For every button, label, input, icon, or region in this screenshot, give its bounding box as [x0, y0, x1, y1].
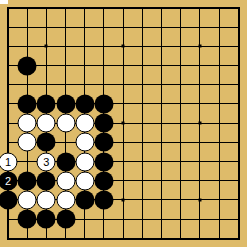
star-point [198, 198, 201, 201]
go-board-grid: 132 [0, 0, 247, 247]
intersection-c11-r2[interactable] [190, 18, 209, 37]
intersection-c3-r5[interactable] [37, 75, 56, 94]
intersection-c13-r8[interactable] [229, 133, 247, 152]
intersection-c11-r6[interactable] [190, 94, 209, 113]
intersection-c6-r8[interactable] [94, 133, 113, 152]
intersection-c10-r2[interactable] [171, 18, 190, 37]
intersection-c6-r7[interactable] [94, 114, 113, 133]
intersection-c1-r2[interactable] [0, 18, 18, 37]
intersection-c12-r11[interactable] [209, 190, 228, 209]
intersection-c2-r12[interactable] [18, 209, 37, 228]
white-stone [56, 171, 75, 190]
intersection-c12-r13[interactable] [209, 229, 228, 247]
intersection-c8-r12[interactable] [133, 209, 152, 228]
black-stone [75, 94, 94, 113]
intersection-c9-r8[interactable] [152, 133, 171, 152]
intersection-c1-r13[interactable] [0, 229, 18, 247]
intersection-c5-r2[interactable] [75, 18, 94, 37]
intersection-c7-r3[interactable] [114, 37, 133, 56]
intersection-c10-r10[interactable] [171, 171, 190, 190]
intersection-c10-r1[interactable] [171, 0, 190, 18]
intersection-c4-r11[interactable] [56, 190, 75, 209]
intersection-c13-r9[interactable] [229, 152, 247, 171]
intersection-c6-r13[interactable] [94, 229, 113, 247]
intersection-c7-r4[interactable] [114, 56, 133, 75]
black-stone [94, 190, 113, 209]
intersection-c8-r6[interactable] [133, 94, 152, 113]
black-stone [94, 152, 113, 171]
intersection-c6-r9[interactable] [94, 152, 113, 171]
intersection-c12-r3[interactable] [209, 37, 228, 56]
intersection-c13-r5[interactable] [229, 75, 247, 94]
white-stone [56, 190, 75, 209]
intersection-c2-r6[interactable] [18, 94, 37, 113]
intersection-c4-r2[interactable] [56, 18, 75, 37]
intersection-c2-r7[interactable] [18, 114, 37, 133]
intersection-c13-r12[interactable] [229, 209, 247, 228]
intersection-c2-r1[interactable] [18, 0, 37, 18]
intersection-c6-r1[interactable] [94, 0, 113, 18]
intersection-c8-r9[interactable] [133, 152, 152, 171]
intersection-c1-r5[interactable] [0, 75, 18, 94]
intersection-c5-r4[interactable] [75, 56, 94, 75]
intersection-c1-r11[interactable] [0, 190, 18, 209]
intersection-c12-r9[interactable] [209, 152, 228, 171]
intersection-c10-r4[interactable] [171, 56, 190, 75]
intersection-c4-r1[interactable] [56, 0, 75, 18]
intersection-c2-r2[interactable] [18, 18, 37, 37]
intersection-c12-r8[interactable] [209, 133, 228, 152]
intersection-c9-r10[interactable] [152, 171, 171, 190]
intersection-c10-r3[interactable] [171, 37, 190, 56]
intersection-c3-r13[interactable] [37, 229, 56, 247]
intersection-c7-r7[interactable] [114, 114, 133, 133]
intersection-c4-r6[interactable] [56, 94, 75, 113]
black-stone [94, 94, 113, 113]
white-stone [75, 171, 94, 190]
intersection-c7-r1[interactable] [114, 0, 133, 18]
intersection-c8-r11[interactable] [133, 190, 152, 209]
intersection-c3-r7[interactable] [37, 114, 56, 133]
white-stone [18, 114, 37, 133]
intersection-c7-r10[interactable] [114, 171, 133, 190]
intersection-c6-r11[interactable] [94, 190, 113, 209]
intersection-c11-r5[interactable] [190, 75, 209, 94]
intersection-c13-r13[interactable] [229, 229, 247, 247]
intersection-c11-r10[interactable] [190, 171, 209, 190]
intersection-c12-r12[interactable] [209, 209, 228, 228]
intersection-c4-r12[interactable] [56, 209, 75, 228]
intersection-c2-r9[interactable] [18, 152, 37, 171]
white-stone [37, 190, 56, 209]
intersection-c4-r9[interactable] [56, 152, 75, 171]
intersection-c3-r6[interactable] [37, 94, 56, 113]
intersection-c5-r9[interactable] [75, 152, 94, 171]
intersection-c11-r12[interactable] [190, 209, 209, 228]
intersection-c11-r7[interactable] [190, 114, 209, 133]
intersection-c10-r7[interactable] [171, 114, 190, 133]
intersection-c1-r3[interactable] [0, 37, 18, 56]
intersection-c9-r5[interactable] [152, 75, 171, 94]
intersection-c11-r9[interactable] [190, 152, 209, 171]
intersection-c6-r12[interactable] [94, 209, 113, 228]
intersection-c10-r9[interactable] [171, 152, 190, 171]
intersection-c3-r11[interactable] [37, 190, 56, 209]
star-point [122, 198, 125, 201]
black-stone [18, 171, 37, 190]
intersection-c13-r7[interactable] [229, 114, 247, 133]
intersection-c5-r3[interactable] [75, 37, 94, 56]
intersection-c3-r12[interactable] [37, 209, 56, 228]
star-point [198, 45, 201, 48]
go-board-diagram: 132 [0, 0, 247, 247]
intersection-c4-r8[interactable] [56, 133, 75, 152]
black-stone [56, 94, 75, 113]
intersection-c5-r1[interactable] [75, 0, 94, 18]
intersection-c6-r3[interactable] [94, 37, 113, 56]
black-stone [56, 152, 75, 171]
intersection-c4-r3[interactable] [56, 37, 75, 56]
intersection-c2-r10[interactable] [18, 171, 37, 190]
intersection-c10-r12[interactable] [171, 209, 190, 228]
black-stone [94, 171, 113, 190]
intersection-c9-r6[interactable] [152, 94, 171, 113]
intersection-c5-r10[interactable] [75, 171, 94, 190]
intersection-c1-r10[interactable]: 2 [0, 171, 18, 190]
intersection-c4-r4[interactable] [56, 56, 75, 75]
intersection-c13-r4[interactable] [229, 56, 247, 75]
intersection-c2-r8[interactable] [18, 133, 37, 152]
white-stone [37, 114, 56, 133]
white-stone [75, 133, 94, 152]
intersection-c5-r8[interactable] [75, 133, 94, 152]
intersection-c1-r7[interactable] [0, 114, 18, 133]
intersection-c13-r11[interactable] [229, 190, 247, 209]
intersection-c3-r2[interactable] [37, 18, 56, 37]
intersection-c9-r13[interactable] [152, 229, 171, 247]
star-point [198, 122, 201, 125]
intersection-c9-r4[interactable] [152, 56, 171, 75]
intersection-c7-r5[interactable] [114, 75, 133, 94]
intersection-c1-r9[interactable]: 1 [0, 152, 18, 171]
intersection-c7-r2[interactable] [114, 18, 133, 37]
black-stone [37, 171, 56, 190]
intersection-c4-r10[interactable] [56, 171, 75, 190]
intersection-c2-r11[interactable] [18, 190, 37, 209]
star-point [122, 45, 125, 48]
intersection-c11-r13[interactable] [190, 229, 209, 247]
intersection-c7-r13[interactable] [114, 229, 133, 247]
black-stone [37, 210, 56, 229]
intersection-c8-r13[interactable] [133, 229, 152, 247]
intersection-c7-r9[interactable] [114, 152, 133, 171]
intersection-c13-r6[interactable] [229, 94, 247, 113]
black-stone [18, 94, 37, 113]
intersection-c8-r3[interactable] [133, 37, 152, 56]
intersection-c10-r8[interactable] [171, 133, 190, 152]
intersection-c3-r4[interactable] [37, 56, 56, 75]
intersection-c5-r6[interactable] [75, 94, 94, 113]
intersection-c9-r3[interactable] [152, 37, 171, 56]
intersection-c9-r1[interactable] [152, 0, 171, 18]
intersection-c7-r11[interactable] [114, 190, 133, 209]
black-stone [56, 210, 75, 229]
intersection-c11-r11[interactable] [190, 190, 209, 209]
intersection-c9-r11[interactable] [152, 190, 171, 209]
intersection-c12-r1[interactable] [209, 0, 228, 18]
page-corner-artifact [0, 0, 8, 4]
intersection-c10-r5[interactable] [171, 75, 190, 94]
intersection-c4-r7[interactable] [56, 114, 75, 133]
intersection-c2-r13[interactable] [18, 229, 37, 247]
white-stone [18, 133, 37, 152]
black-stone [94, 133, 113, 152]
intersection-c12-r4[interactable] [209, 56, 228, 75]
intersection-c12-r10[interactable] [209, 171, 228, 190]
intersection-c6-r4[interactable] [94, 56, 113, 75]
black-stone [0, 190, 18, 209]
intersection-c8-r10[interactable] [133, 171, 152, 190]
intersection-c3-r3[interactable] [37, 37, 56, 56]
intersection-c6-r6[interactable] [94, 94, 113, 113]
intersection-c1-r6[interactable] [0, 94, 18, 113]
intersection-c11-r4[interactable] [190, 56, 209, 75]
intersection-c8-r5[interactable] [133, 75, 152, 94]
white-stone [56, 114, 75, 133]
intersection-c3-r1[interactable] [37, 0, 56, 18]
intersection-c6-r2[interactable] [94, 18, 113, 37]
intersection-c9-r2[interactable] [152, 18, 171, 37]
intersection-c13-r10[interactable] [229, 171, 247, 190]
intersection-c7-r6[interactable] [114, 94, 133, 113]
black-stone [18, 56, 37, 75]
intersection-c9-r9[interactable] [152, 152, 171, 171]
intersection-c5-r12[interactable] [75, 209, 94, 228]
intersection-c11-r3[interactable] [190, 37, 209, 56]
intersection-c12-r6[interactable] [209, 94, 228, 113]
intersection-c8-r2[interactable] [133, 18, 152, 37]
intersection-c8-r4[interactable] [133, 56, 152, 75]
intersection-c5-r13[interactable] [75, 229, 94, 247]
intersection-c12-r7[interactable] [209, 114, 228, 133]
black-stone [37, 133, 56, 152]
intersection-c13-r1[interactable] [229, 0, 247, 18]
intersection-c4-r5[interactable] [56, 75, 75, 94]
intersection-c10-r11[interactable] [171, 190, 190, 209]
black-stone [18, 210, 37, 229]
intersection-c11-r1[interactable] [190, 0, 209, 18]
white-stone-move-3: 3 [37, 152, 56, 171]
intersection-c5-r7[interactable] [75, 114, 94, 133]
intersection-c13-r2[interactable] [229, 18, 247, 37]
white-stone-move-1: 1 [0, 152, 18, 171]
star-point [122, 122, 125, 125]
intersection-c1-r8[interactable] [0, 133, 18, 152]
intersection-c2-r4[interactable] [18, 56, 37, 75]
intersection-c12-r2[interactable] [209, 18, 228, 37]
intersection-c8-r8[interactable] [133, 133, 152, 152]
intersection-c8-r1[interactable] [133, 0, 152, 18]
intersection-c2-r3[interactable] [18, 37, 37, 56]
intersection-c10-r13[interactable] [171, 229, 190, 247]
intersection-c5-r11[interactable] [75, 190, 94, 209]
intersection-c3-r8[interactable] [37, 133, 56, 152]
star-point [45, 45, 48, 48]
black-stone [75, 190, 94, 209]
intersection-c6-r5[interactable] [94, 75, 113, 94]
intersection-c13-r3[interactable] [229, 37, 247, 56]
intersection-c9-r12[interactable] [152, 209, 171, 228]
intersection-c1-r12[interactable] [0, 209, 18, 228]
intersection-c1-r4[interactable] [0, 56, 18, 75]
black-stone-move-2: 2 [0, 171, 18, 190]
intersection-c5-r5[interactable] [75, 75, 94, 94]
intersection-c4-r13[interactable] [56, 229, 75, 247]
intersection-c11-r8[interactable] [190, 133, 209, 152]
intersection-c9-r7[interactable] [152, 114, 171, 133]
intersection-c3-r9[interactable]: 3 [37, 152, 56, 171]
white-stone [18, 190, 37, 209]
white-stone [75, 114, 94, 133]
intersection-c7-r8[interactable] [114, 133, 133, 152]
intersection-c12-r5[interactable] [209, 75, 228, 94]
intersection-c3-r10[interactable] [37, 171, 56, 190]
black-stone [37, 94, 56, 113]
intersection-c10-r6[interactable] [171, 94, 190, 113]
white-stone [75, 152, 94, 171]
intersection-c8-r7[interactable] [133, 114, 152, 133]
black-stone [94, 114, 113, 133]
intersection-c6-r10[interactable] [94, 171, 113, 190]
intersection-c2-r5[interactable] [18, 75, 37, 94]
intersection-c7-r12[interactable] [114, 209, 133, 228]
